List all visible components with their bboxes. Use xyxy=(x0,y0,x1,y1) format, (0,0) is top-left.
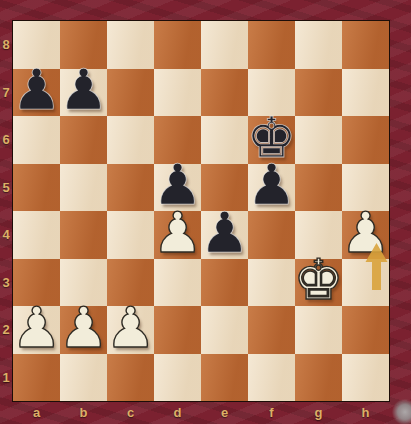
rank-label-4: 4 xyxy=(0,211,12,259)
file-label-a: a xyxy=(13,402,60,422)
square-f1[interactable] xyxy=(248,354,295,402)
square-g8[interactable] xyxy=(295,21,342,69)
chess-board: ♟♟♚♟♟♟♟♟♚♟♟♟ xyxy=(12,20,390,402)
square-e1[interactable] xyxy=(201,354,248,402)
square-c8[interactable] xyxy=(107,21,154,69)
square-f4[interactable] xyxy=(248,211,295,259)
square-f8[interactable] xyxy=(248,21,295,69)
board-resize-handle[interactable] xyxy=(392,399,411,424)
black-pawn[interactable]: ♟ xyxy=(246,157,296,213)
square-d7[interactable] xyxy=(154,69,201,117)
square-g1[interactable] xyxy=(295,354,342,402)
square-h7[interactable] xyxy=(342,69,389,117)
square-h4[interactable]: ♟ xyxy=(342,211,389,259)
square-h1[interactable] xyxy=(342,354,389,402)
white-king[interactable]: ♚ xyxy=(293,252,343,308)
square-a5[interactable] xyxy=(13,164,60,212)
black-pawn[interactable]: ♟ xyxy=(11,62,61,118)
square-a4[interactable] xyxy=(13,211,60,259)
square-c4[interactable] xyxy=(107,211,154,259)
square-f2[interactable] xyxy=(248,306,295,354)
rank-label-8: 8 xyxy=(0,21,12,69)
file-label-g: g xyxy=(295,402,342,422)
square-g6[interactable] xyxy=(295,116,342,164)
square-c7[interactable] xyxy=(107,69,154,117)
square-a2[interactable]: ♟ xyxy=(13,306,60,354)
file-label-c: c xyxy=(107,402,154,422)
rank-label-6: 6 xyxy=(0,116,12,164)
square-e2[interactable] xyxy=(201,306,248,354)
square-e4[interactable]: ♟ xyxy=(201,211,248,259)
square-b6[interactable] xyxy=(60,116,107,164)
square-a7[interactable]: ♟ xyxy=(13,69,60,117)
square-a1[interactable] xyxy=(13,354,60,402)
square-h2[interactable] xyxy=(342,306,389,354)
white-pawn[interactable]: ♟ xyxy=(58,300,108,356)
square-c2[interactable]: ♟ xyxy=(107,306,154,354)
square-e6[interactable] xyxy=(201,116,248,164)
square-b1[interactable] xyxy=(60,354,107,402)
white-pawn[interactable]: ♟ xyxy=(152,205,202,261)
square-d3[interactable] xyxy=(154,259,201,307)
square-c5[interactable] xyxy=(107,164,154,212)
file-label-e: e xyxy=(201,402,248,422)
file-label-f: f xyxy=(248,402,295,422)
rank-label-7: 7 xyxy=(0,69,12,117)
square-h3[interactable] xyxy=(342,259,389,307)
black-pawn[interactable]: ♟ xyxy=(58,62,108,118)
white-pawn[interactable]: ♟ xyxy=(11,300,61,356)
square-b7[interactable]: ♟ xyxy=(60,69,107,117)
board-frame: ♟♟♚♟♟♟♟♟♚♟♟♟ 87654321abcdefgh xyxy=(0,0,411,424)
square-g2[interactable] xyxy=(295,306,342,354)
square-a6[interactable] xyxy=(13,116,60,164)
rank-label-3: 3 xyxy=(0,259,12,307)
square-b2[interactable]: ♟ xyxy=(60,306,107,354)
rank-label-2: 2 xyxy=(0,306,12,354)
square-d2[interactable] xyxy=(154,306,201,354)
file-label-b: b xyxy=(60,402,107,422)
square-g3[interactable]: ♚ xyxy=(295,259,342,307)
square-d8[interactable] xyxy=(154,21,201,69)
square-e8[interactable] xyxy=(201,21,248,69)
square-b4[interactable] xyxy=(60,211,107,259)
square-g5[interactable] xyxy=(295,164,342,212)
white-pawn[interactable]: ♟ xyxy=(105,300,155,356)
square-f3[interactable] xyxy=(248,259,295,307)
rank-label-1: 1 xyxy=(0,354,12,402)
black-pawn[interactable]: ♟ xyxy=(199,205,249,261)
square-e3[interactable] xyxy=(201,259,248,307)
file-label-d: d xyxy=(154,402,201,422)
rank-label-5: 5 xyxy=(0,164,12,212)
square-h6[interactable] xyxy=(342,116,389,164)
square-g7[interactable] xyxy=(295,69,342,117)
square-h8[interactable] xyxy=(342,21,389,69)
square-d1[interactable] xyxy=(154,354,201,402)
square-b5[interactable] xyxy=(60,164,107,212)
square-e7[interactable] xyxy=(201,69,248,117)
square-c1[interactable] xyxy=(107,354,154,402)
square-c6[interactable] xyxy=(107,116,154,164)
square-f5[interactable]: ♟ xyxy=(248,164,295,212)
white-pawn[interactable]: ♟ xyxy=(340,205,390,261)
square-d4[interactable]: ♟ xyxy=(154,211,201,259)
file-label-h: h xyxy=(342,402,389,422)
